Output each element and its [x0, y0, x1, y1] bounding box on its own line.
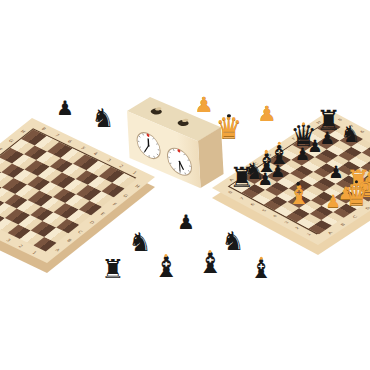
- black-bishop: ♝: [153, 253, 179, 282]
- piece-glyph: ♜: [101, 254, 124, 284]
- black-rook: ♜: [229, 164, 254, 192]
- black-pawn: ♟: [328, 165, 343, 182]
- piece-glyph: ♟: [295, 145, 310, 165]
- black-pawn: ♟: [177, 212, 195, 232]
- black-knight: ♞: [221, 228, 244, 254]
- piece-glyph: ♞: [91, 103, 114, 133]
- piece-glyph: ♟: [56, 96, 74, 120]
- black-pawn: ♟: [258, 171, 273, 188]
- orange-bishop: ♝: [287, 182, 310, 208]
- piece-glyph: ♟: [326, 191, 341, 211]
- black-knight: ♞: [340, 123, 361, 146]
- black-rook: ♜: [101, 256, 124, 282]
- black-bishop: ♝: [249, 256, 272, 282]
- piece-glyph: ♞: [128, 227, 151, 257]
- chess-pieces-layer: ♜♞♝♝♛♜♟♟♟♟♟♞♝♟♟♟♜♟♟♛♚♜♟♞♟♛♟♟♞♜♝♝♞♝: [0, 0, 370, 370]
- piece-glyph: ♟: [177, 210, 195, 234]
- piece-glyph: ♟: [328, 163, 343, 183]
- orange-queen: ♛: [343, 180, 370, 210]
- black-bishop: ♝: [197, 249, 223, 278]
- black-knight: ♞: [91, 105, 114, 131]
- piece-glyph: ♟: [195, 93, 214, 117]
- black-knight: ♞: [128, 229, 151, 255]
- orange-pawn: ♟: [258, 104, 277, 125]
- orange-pawn: ♟: [326, 193, 341, 210]
- piece-glyph: ♞: [221, 226, 244, 256]
- black-pawn: ♟: [295, 147, 310, 164]
- black-pawn: ♟: [56, 98, 74, 118]
- piece-glyph: ♟: [258, 102, 277, 126]
- piece-glyph: ♞: [340, 121, 361, 147]
- orange-queen: ♛: [216, 113, 243, 143]
- piece-glyph: ♜: [229, 161, 254, 194]
- orange-pawn: ♟: [195, 95, 214, 116]
- piece-glyph: ♟: [258, 169, 273, 189]
- chess-illustration-canvas: HGFEDCBAHGFEDCBA8765432187654321 ABCDEFG…: [0, 0, 370, 370]
